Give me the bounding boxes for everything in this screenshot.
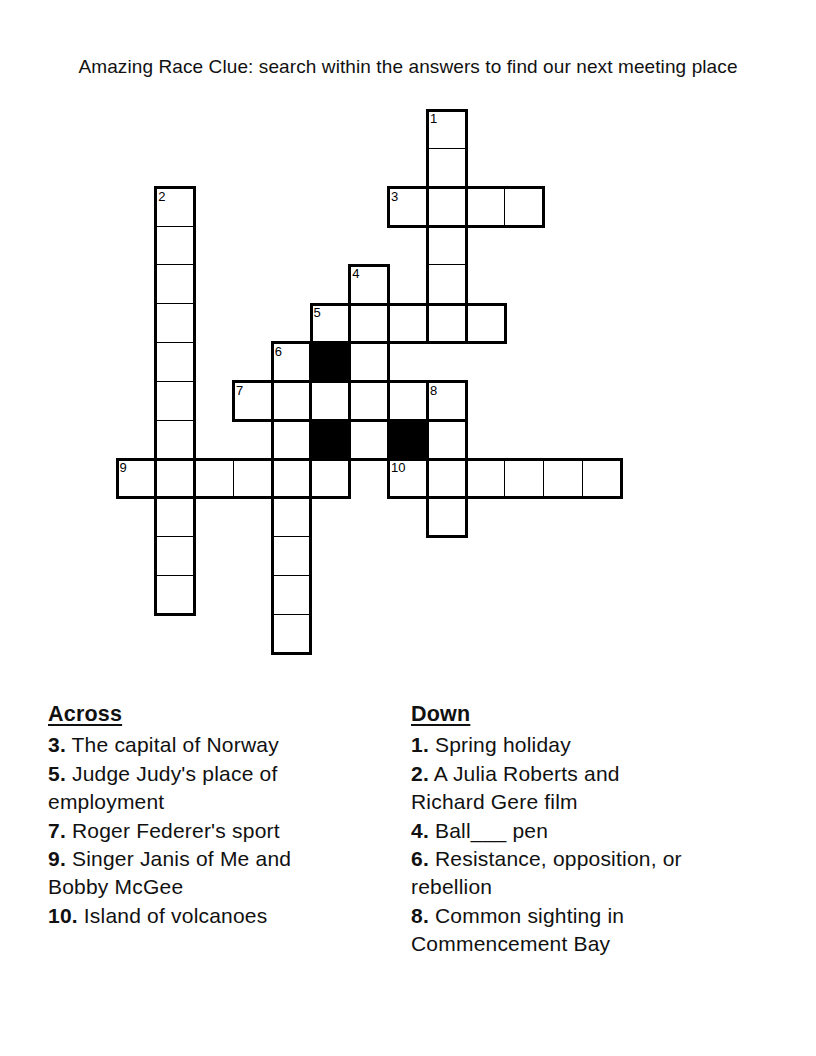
clue-down-6-cont1: rebellion <box>411 873 682 901</box>
cell-r6c7[interactable] <box>349 303 389 343</box>
cell-r10c4[interactable] <box>233 458 273 498</box>
cell-number-10: 10 <box>391 461 405 474</box>
cell-r11c9[interactable] <box>427 497 467 537</box>
down-header: Down <box>411 700 682 728</box>
black-cell-r7c6 <box>310 341 352 383</box>
cell-r12c5[interactable] <box>271 536 311 576</box>
crossword-grid: 12345678910 <box>0 0 816 700</box>
cell-r5c9[interactable] <box>427 264 467 304</box>
cell-r12c2[interactable] <box>155 536 195 576</box>
cell-r3c11[interactable] <box>504 187 544 227</box>
cell-r4c2[interactable] <box>155 226 195 266</box>
cell-r10c12[interactable] <box>543 458 583 498</box>
cell-number-8: 8 <box>430 384 437 397</box>
clue-down-8: 8. Common sighting in <box>411 902 682 930</box>
cell-r10c6[interactable] <box>310 458 350 498</box>
cell-r10c5[interactable] <box>271 458 311 498</box>
clue-down-2: 2. A Julia Roberts and <box>411 760 682 788</box>
clue-down-6: 6. Resistance, opposition, or <box>411 845 682 873</box>
clue-down-1: 1. Spring holiday <box>411 731 682 759</box>
clue-across-10: 10. Island of volcanoes <box>48 902 291 930</box>
cell-r10c13[interactable] <box>582 458 622 498</box>
clue-down-8-cont1: Commencement Bay <box>411 930 682 958</box>
cell-r7c2[interactable] <box>155 342 195 382</box>
cell-number-6: 6 <box>275 345 282 358</box>
cell-r8c8[interactable] <box>388 381 428 421</box>
cell-r8c2[interactable] <box>155 381 195 421</box>
clue-across-3: 3. The capital of Norway <box>48 731 291 759</box>
cell-r5c2[interactable] <box>155 264 195 304</box>
cell-r14c5[interactable] <box>271 614 311 654</box>
clue-down-4: 4. Ball___ pen <box>411 817 682 845</box>
across-clue-list: 3. The capital of Norway5. Judge Judy's … <box>48 731 291 930</box>
cell-number-4: 4 <box>352 267 359 280</box>
cell-r8c6[interactable] <box>310 381 350 421</box>
cell-r3c10[interactable] <box>465 187 505 227</box>
cell-r11c5[interactable] <box>271 497 311 537</box>
cell-r10c2[interactable] <box>155 458 195 498</box>
cell-r9c9[interactable] <box>427 420 467 460</box>
cell-r6c2[interactable] <box>155 303 195 343</box>
down-clue-list: 1. Spring holiday2. A Julia Roberts andR… <box>411 731 682 958</box>
cell-r9c7[interactable] <box>349 420 389 460</box>
cell-r6c10[interactable] <box>465 303 505 343</box>
across-clues-section: Across 3. The capital of Norway5. Judge … <box>48 700 291 930</box>
cell-r6c9[interactable] <box>427 303 467 343</box>
cell-number-9: 9 <box>120 461 127 474</box>
crossword-page: Amazing Race Clue: search within the ans… <box>0 0 816 1056</box>
cell-r13c2[interactable] <box>155 575 195 615</box>
cell-r4c9[interactable] <box>427 226 467 266</box>
clue-across-7: 7. Roger Federer's sport <box>48 817 291 845</box>
clue-across-5: 5. Judge Judy's place of <box>48 760 291 788</box>
clue-across-9: 9. Singer Janis of Me and <box>48 845 291 873</box>
cell-r9c2[interactable] <box>155 420 195 460</box>
across-header: Across <box>48 700 291 728</box>
clue-down-2-cont1: Richard Gere film <box>411 788 682 816</box>
cell-r8c7[interactable] <box>349 381 389 421</box>
down-clues-section: Down 1. Spring holiday2. A Julia Roberts… <box>411 700 682 959</box>
cell-r10c10[interactable] <box>465 458 505 498</box>
cell-r10c9[interactable] <box>427 458 467 498</box>
cell-number-1: 1 <box>430 112 437 125</box>
cell-r7c7[interactable] <box>349 342 389 382</box>
cell-r6c8[interactable] <box>388 303 428 343</box>
cell-r10c3[interactable] <box>194 458 234 498</box>
cell-number-3: 3 <box>391 190 398 203</box>
cell-number-5: 5 <box>314 306 321 319</box>
clue-across-9-cont1: Bobby McGee <box>48 873 291 901</box>
cell-r3c9[interactable] <box>427 187 467 227</box>
cell-number-7: 7 <box>236 384 243 397</box>
black-cell-r9c8 <box>387 419 429 461</box>
cell-r2c9[interactable] <box>427 148 467 188</box>
cell-number-2: 2 <box>158 190 165 203</box>
cell-r9c5[interactable] <box>271 420 311 460</box>
cell-r8c5[interactable] <box>271 381 311 421</box>
clue-across-5-cont1: employment <box>48 788 291 816</box>
cell-r13c5[interactable] <box>271 575 311 615</box>
cell-r11c2[interactable] <box>155 497 195 537</box>
cell-r10c11[interactable] <box>504 458 544 498</box>
black-cell-r9c6 <box>310 419 352 461</box>
